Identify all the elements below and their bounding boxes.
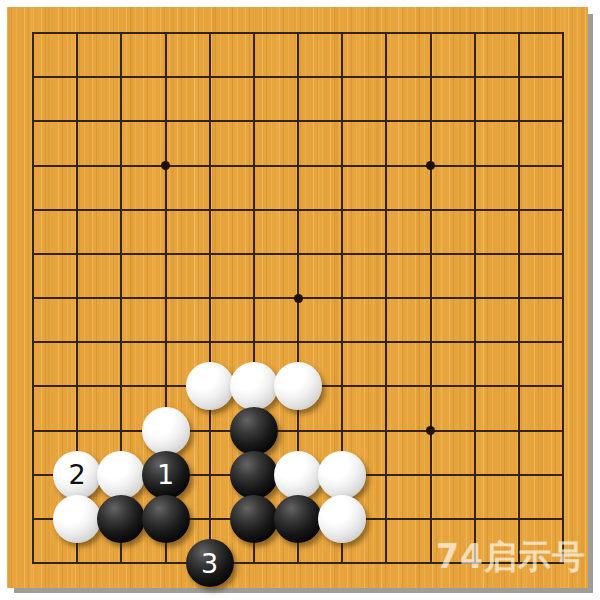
page: 213 74启示号 <box>0 0 600 600</box>
grid-line-vertical <box>430 32 432 564</box>
move-number-label: 1 <box>157 461 174 488</box>
grid-line-vertical <box>385 32 387 564</box>
go-stone-white[interactable] <box>142 407 190 455</box>
grid-line-horizontal <box>32 430 564 432</box>
go-stone-white[interactable] <box>274 362 322 410</box>
star-point <box>161 161 170 170</box>
go-stone-white[interactable]: 2 <box>53 451 101 499</box>
go-stone-black[interactable] <box>230 451 278 499</box>
go-stone-black[interactable]: 1 <box>142 451 190 499</box>
go-stone-black[interactable] <box>97 495 145 543</box>
grid-line-vertical <box>562 32 564 564</box>
move-number-label: 3 <box>201 550 218 577</box>
grid-line-vertical <box>518 32 520 564</box>
star-point <box>294 294 303 303</box>
go-stone-black[interactable] <box>230 495 278 543</box>
star-point <box>426 161 435 170</box>
go-board[interactable]: 213 74启示号 <box>7 7 588 588</box>
board-grid: 213 <box>33 33 563 563</box>
go-stone-white[interactable] <box>186 362 234 410</box>
go-stone-white[interactable] <box>274 451 322 499</box>
go-stone-black[interactable] <box>142 495 190 543</box>
go-stone-black[interactable] <box>274 495 322 543</box>
grid-line-horizontal <box>32 341 564 343</box>
go-stone-black[interactable] <box>230 407 278 455</box>
go-stone-white[interactable] <box>53 495 101 543</box>
go-stone-white[interactable] <box>318 451 366 499</box>
go-stone-white[interactable] <box>230 362 278 410</box>
grid-line-horizontal <box>32 562 564 564</box>
go-stone-white[interactable] <box>97 451 145 499</box>
star-point <box>426 426 435 435</box>
go-stone-white[interactable] <box>318 495 366 543</box>
grid-line-vertical <box>474 32 476 564</box>
go-stone-black[interactable]: 3 <box>186 539 234 587</box>
move-number-label: 2 <box>69 461 86 488</box>
